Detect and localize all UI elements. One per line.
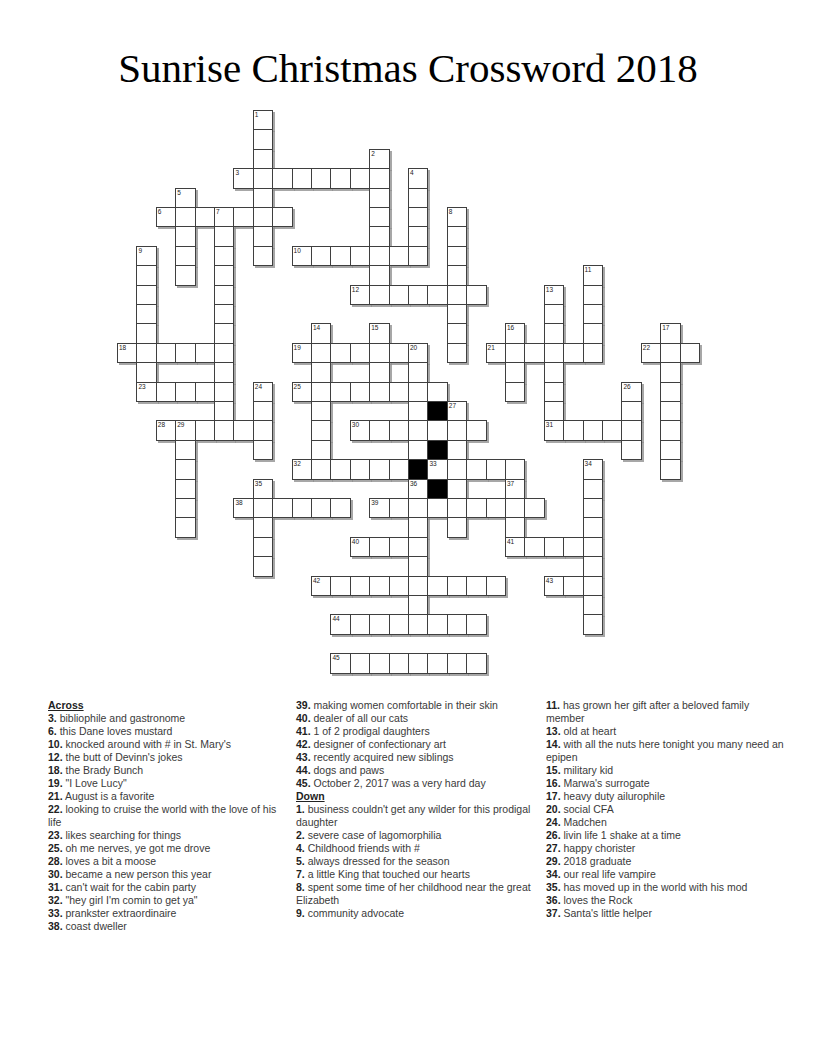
grid-cell[interactable]	[369, 226, 389, 246]
grid-cell[interactable]: 22	[641, 343, 661, 363]
grid-cell[interactable]	[408, 595, 428, 615]
cell-number: 14	[313, 324, 320, 331]
grid-cell[interactable]	[563, 343, 583, 363]
grid-cell[interactable]	[583, 285, 603, 305]
grid-cell[interactable]	[447, 440, 467, 460]
cell-number: 40	[352, 538, 359, 545]
clue-number: 18.	[48, 764, 63, 776]
grid-cell[interactable]	[330, 343, 350, 363]
grid-cell[interactable]	[447, 304, 467, 324]
grid-cell[interactable]	[369, 285, 389, 305]
grid-cell[interactable]	[447, 420, 467, 440]
grid-cell[interactable]: 37	[505, 479, 525, 499]
grid-cell[interactable]	[369, 576, 389, 596]
grid-cell[interactable]	[350, 614, 370, 634]
clue-number: 10.	[48, 738, 63, 750]
grid-cell[interactable]	[389, 285, 409, 305]
clue-item: 25. oh me nerves, ye got me drove	[48, 842, 291, 855]
grid-cell[interactable]	[369, 382, 389, 402]
grid-cell[interactable]	[563, 537, 583, 557]
grid-cell[interactable]	[311, 382, 331, 402]
grid-cell[interactable]	[175, 207, 195, 227]
grid-cell[interactable]	[136, 323, 156, 343]
grid-cell[interactable]	[389, 498, 409, 518]
grid-cell[interactable]	[660, 401, 680, 421]
grid-cell[interactable]: 16	[505, 323, 525, 343]
grid-cell[interactable]	[195, 382, 215, 402]
grid-cell[interactable]	[583, 304, 603, 324]
grid-cell[interactable]	[466, 576, 486, 596]
grid-cell[interactable]: 3	[233, 168, 253, 188]
clue-item: 33. prankster extraordinaire	[48, 907, 291, 920]
grid-cell[interactable]	[272, 168, 292, 188]
grid-cell[interactable]	[175, 343, 195, 363]
grid-cell[interactable]	[330, 246, 350, 266]
grid-cell[interactable]: 5	[175, 188, 195, 208]
grid-cell[interactable]	[408, 556, 428, 576]
grid-cell[interactable]	[621, 420, 641, 440]
grid-cell[interactable]	[466, 614, 486, 634]
grid-cell[interactable]	[660, 382, 680, 402]
grid-cell[interactable]	[447, 517, 467, 537]
grid-cell[interactable]	[253, 556, 273, 576]
clue-number: 36.	[546, 894, 561, 906]
grid-cell[interactable]	[466, 420, 486, 440]
grid-cell[interactable]	[253, 498, 273, 518]
grid-cell[interactable]	[175, 382, 195, 402]
clue-item: 13. old at heart	[546, 725, 789, 738]
grid-cell[interactable]	[466, 498, 486, 518]
grid-cell[interactable]	[389, 343, 409, 363]
grid-cell[interactable]	[660, 343, 680, 363]
grid-cell[interactable]: 45	[330, 653, 350, 673]
grid-cell[interactable]	[427, 285, 447, 305]
clue-item: 31. can't wait for the cabin party	[48, 881, 291, 894]
grid-cell[interactable]	[175, 265, 195, 285]
grid-cell[interactable]	[369, 459, 389, 479]
grid-cell[interactable]	[175, 226, 195, 246]
grid-cell[interactable]: 26	[621, 382, 641, 402]
grid-cell[interactable]	[136, 343, 156, 363]
grid-cell[interactable]	[447, 479, 467, 499]
grid-cell[interactable]	[563, 420, 583, 440]
grid-cell[interactable]	[369, 246, 389, 266]
grid-cell[interactable]	[447, 614, 467, 634]
grid-cell[interactable]	[408, 576, 428, 596]
clue-number: 12.	[48, 751, 63, 763]
cell-number: 26	[623, 383, 630, 390]
across-clue-list-1: 3. bibliophile and gastronome6. this Dan…	[48, 712, 291, 933]
grid-cell[interactable]	[389, 246, 409, 266]
grid-cell[interactable]	[524, 498, 544, 518]
grid-cell[interactable]	[583, 556, 603, 576]
grid-cell[interactable]	[408, 285, 428, 305]
grid-cell[interactable]	[253, 401, 273, 421]
grid-cell[interactable]	[214, 382, 234, 402]
grid-cell[interactable]	[350, 576, 370, 596]
grid-cell[interactable]	[136, 265, 156, 285]
grid-cell[interactable]: 24	[253, 382, 273, 402]
clue-item: 4. Childhood friends with #	[296, 842, 539, 855]
grid-cell[interactable]	[447, 343, 467, 363]
grid-cell[interactable]	[311, 362, 331, 382]
grid-cell[interactable]	[408, 420, 428, 440]
grid-cell[interactable]	[583, 498, 603, 518]
cell-number: 28	[158, 421, 165, 428]
grid-cell[interactable]	[427, 382, 447, 402]
grid-cell[interactable]	[136, 362, 156, 382]
grid-cell[interactable]: 17	[660, 323, 680, 343]
grid-cell[interactable]	[369, 168, 389, 188]
grid-cell[interactable]	[505, 343, 525, 363]
grid-cell[interactable]	[427, 420, 447, 440]
grid-cell[interactable]	[389, 576, 409, 596]
grid-cell[interactable]	[253, 129, 273, 149]
grid-cell[interactable]	[311, 420, 331, 440]
grid-cell[interactable]	[466, 285, 486, 305]
grid-cell[interactable]	[175, 459, 195, 479]
grid-cell[interactable]	[447, 459, 467, 479]
cell-number: 13	[546, 286, 553, 293]
clue-number: 31.	[48, 881, 63, 893]
grid-cell[interactable]	[311, 401, 331, 421]
cell-number: 23	[138, 383, 145, 390]
grid-cell[interactable]: 38	[233, 498, 253, 518]
grid-cell[interactable]	[447, 498, 467, 518]
grid-cell[interactable]: 14	[311, 323, 331, 343]
grid-cell[interactable]: 41	[505, 537, 525, 557]
grid-cell[interactable]	[408, 362, 428, 382]
grid-cell[interactable]: 9	[136, 246, 156, 266]
grid-cell[interactable]	[350, 459, 370, 479]
grid-cell[interactable]	[680, 343, 700, 363]
clue-number: 34.	[546, 868, 561, 880]
grid-cell[interactable]	[447, 653, 467, 673]
grid-cell[interactable]: 12	[350, 285, 370, 305]
grid-cell[interactable]	[544, 323, 564, 343]
grid-cell[interactable]	[660, 420, 680, 440]
grid-cell[interactable]	[660, 440, 680, 460]
down-clue-list-1: 1. business couldn't get any wilder for …	[296, 803, 539, 920]
grid-cell[interactable]	[292, 168, 312, 188]
grid-cell[interactable]: 8	[447, 207, 467, 227]
grid-cell[interactable]	[350, 246, 370, 266]
grid-cell[interactable]	[466, 653, 486, 673]
grid-cell[interactable]	[427, 576, 447, 596]
grid-cell[interactable]	[408, 537, 428, 557]
grid-cell[interactable]	[427, 614, 447, 634]
grid-cell[interactable]	[583, 517, 603, 537]
grid-cell[interactable]	[253, 188, 273, 208]
grid-cell[interactable]	[330, 168, 350, 188]
grid-cell[interactable]	[175, 517, 195, 537]
grid-cell[interactable]	[486, 576, 506, 596]
grid-cell[interactable]	[544, 401, 564, 421]
grid-cell[interactable]	[408, 226, 428, 246]
grid-cell[interactable]	[427, 498, 447, 518]
grid-cell[interactable]: 30	[350, 420, 370, 440]
grid-cell[interactable]	[524, 537, 544, 557]
grid-cell[interactable]	[408, 653, 428, 673]
grid-cell[interactable]	[292, 498, 312, 518]
grid-cell[interactable]	[369, 207, 389, 227]
grid-cell[interactable]	[447, 265, 467, 285]
grid-cell[interactable]	[583, 576, 603, 596]
grid-cell[interactable]: 4	[408, 168, 428, 188]
grid-cell[interactable]	[253, 207, 273, 227]
grid-cell[interactable]	[195, 207, 215, 227]
clue-number: 3.	[48, 712, 57, 724]
grid-cell[interactable]: 39	[369, 498, 389, 518]
grid-cell[interactable]	[505, 459, 525, 479]
clue-item: 34. our real life vampire	[546, 868, 789, 881]
grid-cell[interactable]	[369, 343, 389, 363]
clue-item: 16. Marwa's surrogate	[546, 777, 789, 790]
grid-cell[interactable]: 7	[214, 207, 234, 227]
grid-cell[interactable]	[253, 226, 273, 246]
grid-cell[interactable]	[389, 614, 409, 634]
grid-cell[interactable]	[544, 343, 564, 363]
grid-cell[interactable]	[195, 420, 215, 440]
grid-cell[interactable]	[311, 440, 331, 460]
grid-cell[interactable]	[311, 343, 331, 363]
grid-cell[interactable]	[330, 382, 350, 402]
grid-cell[interactable]	[544, 537, 564, 557]
grid-cell[interactable]: 21	[486, 343, 506, 363]
grid-cell[interactable]	[350, 653, 370, 673]
grid-cell[interactable]	[447, 246, 467, 266]
clue-number: 37.	[546, 907, 561, 919]
grid-cell[interactable]	[408, 188, 428, 208]
grid-cell[interactable]	[389, 653, 409, 673]
grid-cell[interactable]	[175, 246, 195, 266]
clue-number: 40.	[296, 712, 311, 724]
grid-cell[interactable]: 27	[447, 401, 467, 421]
clue-item: 44. dogs and paws	[296, 764, 539, 777]
grid-cell[interactable]: 33	[427, 459, 447, 479]
grid-cell[interactable]	[544, 304, 564, 324]
grid-cell[interactable]: 31	[544, 420, 564, 440]
grid-cell[interactable]	[311, 459, 331, 479]
grid-cell[interactable]	[583, 420, 603, 440]
clue-item: 32. "hey girl I'm comin to get ya"	[48, 894, 291, 907]
grid-cell[interactable]: 23	[136, 382, 156, 402]
clue-item: 7. a little King that touched our hearts	[296, 868, 539, 881]
grid-cell[interactable]	[389, 537, 409, 557]
grid-cell[interactable]	[214, 420, 234, 440]
grid-cell[interactable]	[408, 614, 428, 634]
grid-cell[interactable]	[214, 304, 234, 324]
clue-number: 11.	[546, 699, 560, 711]
grid-cell[interactable]: 44	[330, 614, 350, 634]
grid-cell[interactable]	[544, 362, 564, 382]
grid-cell[interactable]	[660, 362, 680, 382]
grid-cell[interactable]	[621, 401, 641, 421]
grid-cell[interactable]: 36	[408, 479, 428, 499]
grid-cell[interactable]	[486, 498, 506, 518]
grid-cell[interactable]	[369, 265, 389, 285]
grid-cell[interactable]	[214, 285, 234, 305]
grid-cell[interactable]	[602, 420, 622, 440]
grid-cell[interactable]: 34	[583, 459, 603, 479]
grid-cell[interactable]	[447, 576, 467, 596]
clue-item: 22. looking to cruise the world with the…	[48, 803, 291, 829]
grid-cell[interactable]	[369, 188, 389, 208]
grid-cell[interactable]	[389, 459, 409, 479]
grid-cell[interactable]: 25	[292, 382, 312, 402]
grid-cell[interactable]	[408, 440, 428, 460]
grid-cell[interactable]	[369, 362, 389, 382]
grid-cell[interactable]: 20	[408, 343, 428, 363]
grid-cell[interactable]	[214, 246, 234, 266]
grid-cell[interactable]: 15	[369, 323, 389, 343]
grid-cell[interactable]	[233, 207, 253, 227]
grid-cell[interactable]	[369, 614, 389, 634]
grid-cell[interactable]	[330, 459, 350, 479]
grid-cell[interactable]	[175, 479, 195, 499]
grid-cell[interactable]	[253, 537, 273, 557]
grid-cell[interactable]: 2	[369, 149, 389, 169]
cell-number: 19	[294, 344, 301, 351]
grid-cell[interactable]	[389, 382, 409, 402]
grid-cell[interactable]	[583, 537, 603, 557]
grid-cell[interactable]	[253, 168, 273, 188]
grid-cell[interactable]	[214, 323, 234, 343]
grid-cell[interactable]	[272, 207, 292, 227]
cell-number: 10	[294, 247, 301, 254]
grid-cell[interactable]	[253, 149, 273, 169]
grid-cell[interactable]	[544, 382, 564, 402]
black-cell	[427, 440, 447, 460]
cell-number: 44	[332, 615, 339, 622]
grid-cell[interactable]	[408, 401, 428, 421]
grid-cell[interactable]	[621, 440, 641, 460]
grid-cell[interactable]	[136, 285, 156, 305]
grid-cell[interactable]	[505, 517, 525, 537]
clue-item: 23. likes searching for things	[48, 829, 291, 842]
grid-cell[interactable]	[583, 323, 603, 343]
grid-cell[interactable]	[350, 343, 370, 363]
grid-cell[interactable]	[311, 168, 331, 188]
grid-cell[interactable]	[214, 343, 234, 363]
grid-cell[interactable]	[583, 614, 603, 634]
grid-cell[interactable]	[330, 576, 350, 596]
clue-number: 44.	[296, 764, 311, 776]
grid-cell[interactable]	[350, 168, 370, 188]
clue-item: 15. military kid	[546, 764, 789, 777]
grid-cell[interactable]	[369, 653, 389, 673]
grid-cell[interactable]	[214, 362, 234, 382]
grid-cell[interactable]	[214, 401, 234, 421]
grid-cell[interactable]: 35	[253, 479, 273, 499]
grid-cell[interactable]: 11	[583, 265, 603, 285]
grid-cell[interactable]	[505, 382, 525, 402]
cell-number: 25	[294, 383, 301, 390]
cell-number: 30	[352, 421, 359, 428]
grid-cell[interactable]	[253, 246, 273, 266]
grid-cell[interactable]: 29	[175, 420, 195, 440]
grid-cell[interactable]	[253, 517, 273, 537]
clue-item: 20. social CFA	[546, 803, 789, 816]
grid-cell[interactable]	[175, 498, 195, 518]
grid-cell[interactable]	[408, 207, 428, 227]
grid-cell[interactable]	[466, 459, 486, 479]
grid-cell[interactable]: 6	[156, 207, 176, 227]
clue-item: 40. dealer of all our cats	[296, 712, 539, 725]
grid-cell[interactable]	[136, 304, 156, 324]
grid-cell[interactable]: 42	[311, 576, 331, 596]
grid-cell[interactable]	[583, 595, 603, 615]
grid-cell[interactable]	[505, 362, 525, 382]
grid-cell[interactable]	[408, 517, 428, 537]
grid-cell[interactable]: 28	[156, 420, 176, 440]
grid-cell[interactable]: 40	[350, 537, 370, 557]
clue-item: 6. this Dane loves mustard	[48, 725, 291, 738]
grid-cell[interactable]	[583, 343, 603, 363]
clue-item: 8. spent some time of her childhood near…	[296, 881, 539, 907]
grid-cell[interactable]	[350, 382, 370, 402]
grid-cell[interactable]	[408, 382, 428, 402]
grid-cell[interactable]	[175, 440, 195, 460]
clue-number: 26.	[546, 829, 561, 841]
cell-number: 27	[449, 402, 456, 409]
grid-cell[interactable]	[253, 440, 273, 460]
grid-cell[interactable]	[447, 323, 467, 343]
grid-cell[interactable]	[272, 498, 292, 518]
clue-item: 3. bibliophile and gastronome	[48, 712, 291, 725]
down-clue-list-2: 11. has grown her gift after a beloved f…	[546, 699, 789, 920]
grid-cell[interactable]	[505, 498, 525, 518]
grid-cell[interactable]	[214, 226, 234, 246]
grid-cell[interactable]	[408, 498, 428, 518]
grid-cell[interactable]: 19	[292, 343, 312, 363]
grid-cell[interactable]	[583, 479, 603, 499]
grid-cell[interactable]	[408, 246, 428, 266]
grid-cell[interactable]: 1	[253, 110, 273, 130]
grid-cell[interactable]	[369, 420, 389, 440]
grid-cell[interactable]	[156, 382, 176, 402]
clue-number: 5.	[296, 855, 305, 867]
grid-cell[interactable]	[486, 459, 506, 479]
grid-cell[interactable]: 32	[292, 459, 312, 479]
grid-cell[interactable]	[156, 343, 176, 363]
grid-cell[interactable]: 10	[292, 246, 312, 266]
grid-cell[interactable]: 13	[544, 285, 564, 305]
cell-number: 3	[235, 169, 239, 176]
grid-cell[interactable]	[447, 285, 467, 305]
grid-cell[interactable]	[389, 420, 409, 440]
grid-cell[interactable]	[214, 265, 234, 285]
grid-cell[interactable]	[660, 459, 680, 479]
grid-cell[interactable]	[311, 246, 331, 266]
grid-cell[interactable]	[195, 343, 215, 363]
clue-number: 22.	[48, 803, 63, 815]
grid-cell[interactable]	[253, 420, 273, 440]
clue-number: 1.	[296, 803, 305, 815]
grid-cell[interactable]	[563, 576, 583, 596]
grid-cell[interactable]	[369, 537, 389, 557]
grid-cell[interactable]: 18	[117, 343, 137, 363]
grid-cell[interactable]	[427, 653, 447, 673]
grid-cell[interactable]	[330, 498, 350, 518]
grid-cell[interactable]	[311, 498, 331, 518]
clue-item: 45. October 2, 2017 was a very hard day	[296, 777, 539, 790]
grid-cell[interactable]	[233, 420, 253, 440]
grid-cell[interactable]	[447, 226, 467, 246]
grid-cell[interactable]: 43	[544, 576, 564, 596]
grid-cell[interactable]	[524, 343, 544, 363]
cell-number: 20	[410, 344, 417, 351]
